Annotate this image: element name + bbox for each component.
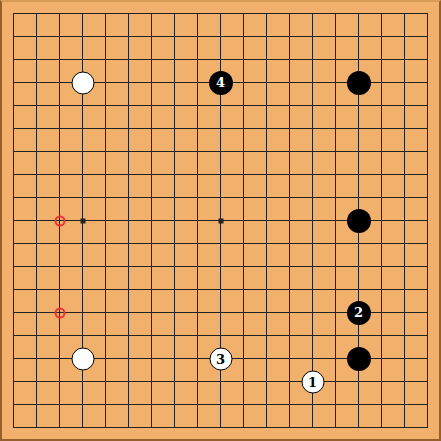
board-point bbox=[278, 71, 301, 94]
board-point bbox=[48, 71, 71, 94]
board-point bbox=[278, 25, 301, 48]
board-point bbox=[324, 48, 347, 71]
board-point bbox=[186, 140, 209, 163]
board-point bbox=[416, 393, 439, 416]
board-point bbox=[2, 48, 25, 71]
board-point bbox=[255, 347, 278, 370]
board-point bbox=[301, 278, 324, 301]
board-point bbox=[301, 232, 324, 255]
board-point bbox=[232, 2, 255, 25]
board-point bbox=[25, 278, 48, 301]
board-point: 3 bbox=[209, 347, 232, 370]
board-point bbox=[370, 163, 393, 186]
board-point bbox=[25, 370, 48, 393]
board-point bbox=[48, 393, 71, 416]
board-point bbox=[140, 117, 163, 140]
board-point bbox=[71, 186, 94, 209]
board-point bbox=[232, 117, 255, 140]
board-point bbox=[278, 94, 301, 117]
board-point bbox=[301, 94, 324, 117]
board-point bbox=[2, 71, 25, 94]
move-number: 1 bbox=[308, 375, 317, 388]
board-point bbox=[393, 25, 416, 48]
board-point bbox=[347, 71, 370, 94]
board-point bbox=[232, 48, 255, 71]
board-point bbox=[255, 232, 278, 255]
board-point bbox=[163, 209, 186, 232]
board-point bbox=[25, 48, 48, 71]
board-point bbox=[48, 2, 71, 25]
board-point bbox=[301, 117, 324, 140]
board-point bbox=[48, 25, 71, 48]
board-point bbox=[2, 2, 25, 25]
board-point bbox=[117, 278, 140, 301]
board-point bbox=[393, 140, 416, 163]
board-point bbox=[140, 416, 163, 439]
board-point bbox=[278, 347, 301, 370]
board-point bbox=[48, 140, 71, 163]
board-point bbox=[117, 163, 140, 186]
board-point bbox=[301, 301, 324, 324]
board-point bbox=[25, 301, 48, 324]
board-point bbox=[278, 324, 301, 347]
board-point bbox=[393, 324, 416, 347]
board-point bbox=[48, 347, 71, 370]
board-point bbox=[255, 48, 278, 71]
board-point bbox=[347, 163, 370, 186]
board-point bbox=[71, 2, 94, 25]
board-point bbox=[117, 71, 140, 94]
black-stone bbox=[347, 71, 371, 95]
board-point bbox=[117, 416, 140, 439]
board-point bbox=[393, 71, 416, 94]
board-point bbox=[370, 301, 393, 324]
board-point bbox=[48, 209, 71, 232]
board-point bbox=[393, 94, 416, 117]
board-point bbox=[186, 301, 209, 324]
board-point bbox=[370, 71, 393, 94]
board-point bbox=[324, 186, 347, 209]
board-point bbox=[232, 186, 255, 209]
board-point bbox=[416, 163, 439, 186]
board-point bbox=[209, 186, 232, 209]
board-point bbox=[347, 117, 370, 140]
board-point bbox=[255, 25, 278, 48]
board-point bbox=[347, 140, 370, 163]
board-point bbox=[393, 117, 416, 140]
board-point bbox=[416, 94, 439, 117]
move-number: 2 bbox=[354, 306, 363, 319]
board-point bbox=[278, 117, 301, 140]
board-point bbox=[278, 163, 301, 186]
board-point bbox=[25, 393, 48, 416]
black-stone: 2 bbox=[347, 301, 371, 325]
board-point bbox=[370, 416, 393, 439]
board-point bbox=[71, 71, 94, 94]
board-point bbox=[2, 416, 25, 439]
board-point bbox=[117, 140, 140, 163]
board-point bbox=[232, 25, 255, 48]
board-point bbox=[393, 163, 416, 186]
board-point bbox=[209, 393, 232, 416]
board-point bbox=[324, 324, 347, 347]
board-point bbox=[2, 25, 25, 48]
board-point bbox=[209, 48, 232, 71]
board-point bbox=[301, 255, 324, 278]
board-point bbox=[370, 324, 393, 347]
board-point bbox=[25, 94, 48, 117]
board-point bbox=[2, 278, 25, 301]
white-stone bbox=[71, 347, 94, 370]
board-point bbox=[186, 2, 209, 25]
board-point bbox=[232, 232, 255, 255]
board-point bbox=[117, 255, 140, 278]
board-point bbox=[163, 255, 186, 278]
board-point bbox=[278, 416, 301, 439]
board-point bbox=[416, 48, 439, 71]
board-point bbox=[2, 232, 25, 255]
board-point bbox=[347, 209, 370, 232]
board-point bbox=[209, 301, 232, 324]
board-point bbox=[278, 209, 301, 232]
board-point bbox=[163, 48, 186, 71]
white-stone: 3 bbox=[209, 347, 232, 370]
board-point: 2 bbox=[347, 301, 370, 324]
board-point bbox=[324, 347, 347, 370]
board-point bbox=[416, 25, 439, 48]
board-point bbox=[301, 347, 324, 370]
board-point bbox=[416, 416, 439, 439]
board-point bbox=[71, 25, 94, 48]
board-point bbox=[117, 186, 140, 209]
board-point bbox=[209, 140, 232, 163]
black-stone bbox=[347, 209, 371, 233]
board-point bbox=[25, 232, 48, 255]
board-point bbox=[117, 324, 140, 347]
board-point bbox=[416, 232, 439, 255]
board-point bbox=[94, 347, 117, 370]
board-point bbox=[25, 186, 48, 209]
board-point bbox=[140, 255, 163, 278]
board-point bbox=[117, 25, 140, 48]
board-point bbox=[2, 255, 25, 278]
board-point bbox=[347, 2, 370, 25]
board-point bbox=[255, 255, 278, 278]
board-point bbox=[163, 232, 186, 255]
white-stone: 1 bbox=[301, 370, 324, 393]
board-point bbox=[347, 232, 370, 255]
board-point bbox=[347, 347, 370, 370]
board-point bbox=[209, 255, 232, 278]
board-point bbox=[48, 370, 71, 393]
board-point bbox=[393, 232, 416, 255]
board-point bbox=[71, 301, 94, 324]
board-point bbox=[347, 25, 370, 48]
board-point bbox=[255, 2, 278, 25]
board-point bbox=[140, 301, 163, 324]
board-point bbox=[301, 393, 324, 416]
board-point bbox=[232, 393, 255, 416]
board-point bbox=[186, 347, 209, 370]
board-point bbox=[2, 301, 25, 324]
red-circle-marker bbox=[54, 215, 65, 226]
board-point bbox=[301, 209, 324, 232]
board-point bbox=[186, 48, 209, 71]
board-point bbox=[301, 163, 324, 186]
board-point bbox=[232, 255, 255, 278]
board-point bbox=[94, 186, 117, 209]
board-point bbox=[71, 278, 94, 301]
board-point bbox=[140, 163, 163, 186]
board-point bbox=[140, 48, 163, 71]
board-point bbox=[186, 370, 209, 393]
board-point bbox=[370, 25, 393, 48]
board-point bbox=[94, 117, 117, 140]
board-point bbox=[117, 347, 140, 370]
board-point bbox=[301, 324, 324, 347]
board-point bbox=[370, 94, 393, 117]
board-point bbox=[71, 324, 94, 347]
board-point bbox=[71, 370, 94, 393]
board-point bbox=[209, 25, 232, 48]
board-point bbox=[2, 163, 25, 186]
board-point bbox=[48, 324, 71, 347]
black-stone: 4 bbox=[209, 71, 233, 95]
board-point bbox=[163, 71, 186, 94]
board-point bbox=[416, 71, 439, 94]
board-point bbox=[347, 94, 370, 117]
board-point bbox=[209, 324, 232, 347]
board-point bbox=[117, 301, 140, 324]
board-point bbox=[232, 370, 255, 393]
board-point bbox=[48, 416, 71, 439]
board-point bbox=[25, 347, 48, 370]
board-point bbox=[232, 324, 255, 347]
board-point bbox=[393, 209, 416, 232]
board-point bbox=[393, 278, 416, 301]
board-point: 1 bbox=[301, 370, 324, 393]
board-point bbox=[2, 94, 25, 117]
board-point bbox=[347, 393, 370, 416]
board-point bbox=[209, 278, 232, 301]
board-point bbox=[232, 140, 255, 163]
board-point bbox=[347, 48, 370, 71]
board-point bbox=[255, 393, 278, 416]
board-point bbox=[140, 278, 163, 301]
board-point bbox=[163, 393, 186, 416]
board-point bbox=[94, 324, 117, 347]
board-point bbox=[94, 370, 117, 393]
board-point bbox=[140, 232, 163, 255]
board-point bbox=[209, 117, 232, 140]
board-point bbox=[347, 416, 370, 439]
board-point bbox=[2, 393, 25, 416]
board-point bbox=[2, 324, 25, 347]
board-point bbox=[186, 232, 209, 255]
board-point bbox=[71, 416, 94, 439]
board-point bbox=[255, 324, 278, 347]
red-circle-marker bbox=[54, 307, 65, 318]
board-point bbox=[278, 255, 301, 278]
board-point bbox=[324, 301, 347, 324]
board-point bbox=[163, 2, 186, 25]
move-number: 3 bbox=[216, 352, 225, 365]
go-board-grid: 4231 bbox=[2, 2, 439, 439]
board-point bbox=[94, 163, 117, 186]
board-point bbox=[48, 163, 71, 186]
move-number: 4 bbox=[216, 76, 225, 89]
board-point bbox=[393, 416, 416, 439]
board-point bbox=[71, 48, 94, 71]
board-point bbox=[301, 186, 324, 209]
board-point bbox=[278, 232, 301, 255]
board-point bbox=[163, 278, 186, 301]
board-point bbox=[324, 278, 347, 301]
board-point bbox=[25, 140, 48, 163]
board-point bbox=[324, 416, 347, 439]
board-point bbox=[255, 94, 278, 117]
board-point bbox=[209, 163, 232, 186]
board-point bbox=[301, 25, 324, 48]
board-point bbox=[186, 71, 209, 94]
board-point bbox=[324, 232, 347, 255]
board-point bbox=[140, 140, 163, 163]
board-point bbox=[2, 347, 25, 370]
board-point bbox=[370, 48, 393, 71]
board-point bbox=[301, 416, 324, 439]
board-point bbox=[2, 140, 25, 163]
board-point bbox=[25, 117, 48, 140]
board-point bbox=[255, 209, 278, 232]
board-point bbox=[324, 71, 347, 94]
board-point bbox=[347, 324, 370, 347]
board-point bbox=[117, 209, 140, 232]
board-point bbox=[94, 416, 117, 439]
board-point bbox=[163, 416, 186, 439]
board-point bbox=[370, 393, 393, 416]
board-point bbox=[255, 370, 278, 393]
board-point bbox=[416, 140, 439, 163]
board-point bbox=[186, 416, 209, 439]
board-point bbox=[370, 255, 393, 278]
board-point bbox=[2, 186, 25, 209]
board-point bbox=[301, 71, 324, 94]
board-point bbox=[278, 278, 301, 301]
board-point bbox=[416, 186, 439, 209]
board-point bbox=[163, 347, 186, 370]
board-point bbox=[416, 278, 439, 301]
board-point bbox=[416, 2, 439, 25]
board-point bbox=[25, 255, 48, 278]
board-point bbox=[117, 48, 140, 71]
board-point bbox=[163, 370, 186, 393]
board-point bbox=[71, 393, 94, 416]
board-point bbox=[209, 209, 232, 232]
board-point bbox=[324, 255, 347, 278]
board-point bbox=[71, 94, 94, 117]
board-point bbox=[163, 94, 186, 117]
board-point bbox=[324, 25, 347, 48]
board-point bbox=[117, 117, 140, 140]
board-point bbox=[255, 301, 278, 324]
board-point bbox=[278, 2, 301, 25]
board-point bbox=[48, 255, 71, 278]
board-point bbox=[48, 186, 71, 209]
board-point bbox=[94, 301, 117, 324]
board-point bbox=[94, 278, 117, 301]
board-point bbox=[186, 209, 209, 232]
board-point bbox=[186, 393, 209, 416]
board-point bbox=[255, 186, 278, 209]
board-point bbox=[94, 94, 117, 117]
board-point bbox=[186, 324, 209, 347]
board-point: 4 bbox=[209, 71, 232, 94]
board-point bbox=[48, 94, 71, 117]
board-point bbox=[140, 94, 163, 117]
board-point bbox=[232, 416, 255, 439]
board-point bbox=[163, 117, 186, 140]
board-point bbox=[347, 278, 370, 301]
board-point bbox=[163, 324, 186, 347]
board-point bbox=[393, 301, 416, 324]
board-point bbox=[324, 393, 347, 416]
board-point bbox=[278, 370, 301, 393]
board-point bbox=[140, 186, 163, 209]
board-point bbox=[140, 25, 163, 48]
board-point bbox=[163, 163, 186, 186]
board-point bbox=[209, 2, 232, 25]
board-point bbox=[140, 2, 163, 25]
board-point bbox=[117, 232, 140, 255]
board-point bbox=[255, 416, 278, 439]
board-point bbox=[370, 278, 393, 301]
board-point bbox=[278, 48, 301, 71]
board-point bbox=[324, 117, 347, 140]
board-point bbox=[232, 71, 255, 94]
board-point bbox=[370, 370, 393, 393]
board-point bbox=[48, 117, 71, 140]
board-point bbox=[324, 370, 347, 393]
star-point bbox=[218, 218, 223, 223]
board-point bbox=[370, 2, 393, 25]
board-point bbox=[71, 209, 94, 232]
board-point bbox=[48, 278, 71, 301]
board-point bbox=[278, 140, 301, 163]
board-point bbox=[278, 301, 301, 324]
board-point bbox=[393, 347, 416, 370]
board-point bbox=[71, 140, 94, 163]
go-board: 4231 bbox=[0, 0, 441, 441]
board-point bbox=[370, 232, 393, 255]
board-point bbox=[186, 186, 209, 209]
board-point bbox=[255, 117, 278, 140]
board-point bbox=[71, 255, 94, 278]
board-point bbox=[186, 163, 209, 186]
board-point bbox=[117, 370, 140, 393]
board-point bbox=[255, 163, 278, 186]
board-point bbox=[94, 2, 117, 25]
board-point bbox=[117, 94, 140, 117]
board-point bbox=[140, 347, 163, 370]
board-point bbox=[48, 301, 71, 324]
board-point bbox=[140, 324, 163, 347]
board-point bbox=[393, 370, 416, 393]
board-point bbox=[71, 117, 94, 140]
board-point bbox=[186, 278, 209, 301]
board-point bbox=[117, 2, 140, 25]
board-point bbox=[301, 48, 324, 71]
board-point bbox=[209, 370, 232, 393]
